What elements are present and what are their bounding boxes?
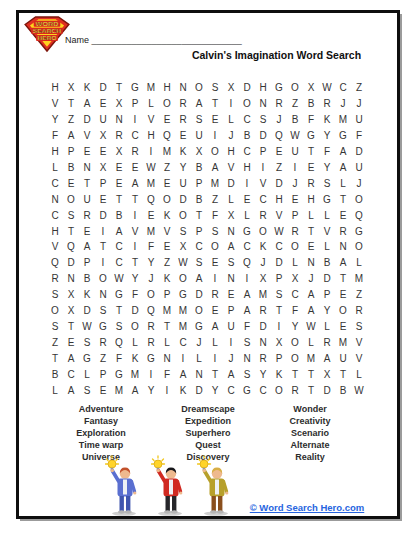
grid-cell: F <box>239 318 255 334</box>
grid-cell: R <box>47 271 63 287</box>
grid-cell: J <box>351 175 367 191</box>
grid-cell: X <box>63 287 79 303</box>
grid-cell: T <box>335 191 351 207</box>
grid-cell: M <box>335 334 351 350</box>
grid-cell: A <box>79 239 95 255</box>
grid-cell: S <box>239 334 255 350</box>
grid-cell: O <box>191 303 207 319</box>
grid-cell: E <box>79 144 95 160</box>
grid-cell: M <box>175 303 191 319</box>
grid-cell: I <box>255 159 271 175</box>
grid-cell: C <box>255 191 271 207</box>
logo-text-search: SEARCH <box>33 27 62 34</box>
grid-cell: S <box>239 366 255 382</box>
grid-cell: I <box>95 223 111 239</box>
grid-cell: B <box>191 159 207 175</box>
grid-cell: O <box>127 318 143 334</box>
grid-cell: P <box>287 207 303 223</box>
grid-cell: Z <box>351 287 367 303</box>
grid-cell: E <box>79 223 95 239</box>
grid-cell: Q <box>351 207 367 223</box>
grid-cell: L <box>335 175 351 191</box>
grid-cell: N <box>47 191 63 207</box>
grid-cell: O <box>335 303 351 319</box>
grid-cell: F <box>303 112 319 128</box>
grid-cell: G <box>335 128 351 144</box>
grid-cell: P <box>223 303 239 319</box>
grid-cell: L <box>47 382 63 398</box>
word-item: Expedition <box>152 415 264 427</box>
grid-cell: G <box>351 223 367 239</box>
grid-cell: Q <box>47 255 63 271</box>
grid-cell: Z <box>159 255 175 271</box>
grid-cell: S <box>111 318 127 334</box>
grid-cell: Q <box>271 128 287 144</box>
grid-cell: S <box>79 334 95 350</box>
grid-cell: F <box>111 350 127 366</box>
shirt <box>123 480 127 495</box>
word-item: Time warp <box>45 439 157 451</box>
grid-cell: Q <box>143 303 159 319</box>
grid-cell: T <box>111 303 127 319</box>
grid-cell: E <box>95 382 111 398</box>
grid-cell: G <box>271 80 287 96</box>
grid-cell: F <box>159 366 175 382</box>
word-item: Adventure <box>45 403 157 415</box>
grid-cell: K <box>175 144 191 160</box>
grid-cell: D <box>223 175 239 191</box>
grid-cell: I <box>287 159 303 175</box>
grid-cell: V <box>351 334 367 350</box>
grid-cell: S <box>271 287 287 303</box>
grid-cell: V <box>47 96 63 112</box>
grid-cell: D <box>175 191 191 207</box>
grid-cell: J <box>223 128 239 144</box>
grid-cell: N <box>111 112 127 128</box>
grid-cell: L <box>223 112 239 128</box>
grid-cell: S <box>191 255 207 271</box>
grid-cell: P <box>63 144 79 160</box>
grid-cell: V <box>127 223 143 239</box>
grid-cell: A <box>207 159 223 175</box>
grid-cell: Y <box>127 271 143 287</box>
grid-cell: D <box>271 175 287 191</box>
grid-cell: O <box>351 239 367 255</box>
grid-cell: E <box>159 239 175 255</box>
grid-cell: D <box>191 287 207 303</box>
grid-cell: G <box>79 350 95 366</box>
grid-cell: Y <box>175 159 191 175</box>
grid-cell: T <box>47 350 63 366</box>
grid-cell: L <box>351 255 367 271</box>
shoe <box>210 510 217 513</box>
grid-cell: T <box>303 144 319 160</box>
grid-cell: X <box>63 303 79 319</box>
shoe <box>171 510 178 513</box>
shirt <box>169 480 173 495</box>
word-list-column-3: WonderCreativityScenarioAlternateReality <box>254 403 366 463</box>
grid-cell: A <box>191 96 207 112</box>
grid-cell: C <box>287 287 303 303</box>
grid-cell: E <box>63 175 79 191</box>
grid-cell: A <box>175 366 191 382</box>
grid-cell: S <box>223 255 239 271</box>
grid-cell: D <box>63 255 79 271</box>
grid-cell: D <box>79 112 95 128</box>
grid-cell: G <box>127 80 143 96</box>
grid-cell: E <box>335 207 351 223</box>
grid-cell: V <box>255 175 271 191</box>
grid-cell: R <box>79 207 95 223</box>
grid-cell: X <box>319 366 335 382</box>
grid-cell: U <box>351 112 367 128</box>
word-item: Alternate <box>254 439 366 451</box>
grid-cell: V <box>351 350 367 366</box>
word-item: Scenario <box>254 427 366 439</box>
grid-cell: A <box>319 350 335 366</box>
grid-cell: M <box>175 318 191 334</box>
grid-cell: P <box>319 287 335 303</box>
grid-cell: S <box>207 80 223 96</box>
grid-cell: F <box>143 239 159 255</box>
grid-cell: H <box>143 128 159 144</box>
grid-cell: O <box>287 334 303 350</box>
grid-cell: P <box>191 223 207 239</box>
grid-cell: X <box>95 128 111 144</box>
grid-cell: D <box>127 303 143 319</box>
grid-cell: F <box>47 128 63 144</box>
pants <box>126 496 130 511</box>
grid-cell: J <box>143 271 159 287</box>
grid-cell: B <box>287 112 303 128</box>
logo-text-hero: HERO <box>38 34 57 41</box>
grid-cell: I <box>127 239 143 255</box>
grid-cell: T <box>303 223 319 239</box>
grid-cell: R <box>111 128 127 144</box>
grid-cell: O <box>287 239 303 255</box>
grid-cell: M <box>127 366 143 382</box>
grid-cell: P <box>127 96 143 112</box>
grid-cell: A <box>207 318 223 334</box>
name-row: Name ______________________________ <box>65 35 242 45</box>
grid-cell: G <box>191 318 207 334</box>
word-item: Reality <box>254 451 366 463</box>
grid-cell: Y <box>319 128 335 144</box>
grid-cell: U <box>335 350 351 366</box>
grid-cell: X <box>191 144 207 160</box>
grid-cell: L <box>159 334 175 350</box>
grid-cell: E <box>143 207 159 223</box>
grid-cell: M <box>143 175 159 191</box>
grid-cell: D <box>191 382 207 398</box>
grid-cell: H <box>223 144 239 160</box>
grid-cell: P <box>95 366 111 382</box>
grid-cell: W <box>111 271 127 287</box>
grid-cell: N <box>239 350 255 366</box>
logo-text-word: WORD <box>36 20 59 27</box>
grid-cell: Z <box>47 334 63 350</box>
grid-cell: G <box>143 350 159 366</box>
grid-cell: A <box>335 159 351 175</box>
grid-cell: R <box>127 144 143 160</box>
lightbulb-icon <box>198 456 211 470</box>
grid-cell: B <box>335 382 351 398</box>
grid-cell: T <box>127 255 143 271</box>
grid-cell: E <box>95 144 111 160</box>
grid-cell: G <box>303 128 319 144</box>
grid-cell: M <box>207 175 223 191</box>
grid-cell: T <box>303 382 319 398</box>
grid-cell: V <box>159 223 175 239</box>
grid-cell: Q <box>63 239 79 255</box>
grid-cell: D <box>319 271 335 287</box>
grid-cell: R <box>319 334 335 350</box>
grid-cell: O <box>255 223 271 239</box>
grid-cell: E <box>303 239 319 255</box>
grid-cell: N <box>223 223 239 239</box>
grid-cell: S <box>351 318 367 334</box>
grid-cell: X <box>303 80 319 96</box>
word-search-hero-link[interactable]: © Word Search Hero.com <box>227 502 387 513</box>
grid-cell: Z <box>351 80 367 96</box>
grid-cell: O <box>95 271 111 287</box>
grid-cell: T <box>159 318 175 334</box>
grid-cell: Z <box>159 159 175 175</box>
grid-cell: I <box>207 350 223 366</box>
grid-cell: F <box>207 207 223 223</box>
grid-cell: A <box>335 255 351 271</box>
grid-cell: N <box>159 350 175 366</box>
grid-cell: I <box>239 175 255 191</box>
grid-cell: Y <box>47 112 63 128</box>
grid-cell: U <box>175 175 191 191</box>
grid-cell: U <box>79 191 95 207</box>
grid-cell: R <box>287 223 303 239</box>
grid-cell: I <box>223 96 239 112</box>
grid-cell: O <box>191 80 207 96</box>
grid-cell: D <box>239 80 255 96</box>
lightbulb-icon <box>106 456 119 470</box>
grid-cell: D <box>319 382 335 398</box>
grid-cell: F <box>127 287 143 303</box>
grid-cell: N <box>303 255 319 271</box>
grid-cell: R <box>255 303 271 319</box>
grid-cell: R <box>319 96 335 112</box>
grid-cell: A <box>63 128 79 144</box>
grid-cell: R <box>351 303 367 319</box>
grid-cell: E <box>207 255 223 271</box>
grid-cell: B <box>319 255 335 271</box>
grid-cell: E <box>207 303 223 319</box>
grid-cell: C <box>255 382 271 398</box>
grid-cell: W <box>271 223 287 239</box>
grid-cell: Z <box>207 191 223 207</box>
grid-cell: N <box>175 80 191 96</box>
grid-cell: L <box>143 96 159 112</box>
grid-cell: A <box>127 382 143 398</box>
grid-cell: C <box>335 80 351 96</box>
grid-cell: T <box>207 366 223 382</box>
grid-cell: B <box>239 128 255 144</box>
grid-cell: X <box>271 334 287 350</box>
grid-cell: Y <box>143 255 159 271</box>
grid-cell: A <box>191 271 207 287</box>
grid-cell: P <box>255 144 271 160</box>
grid-cell: M <box>335 112 351 128</box>
character-boy-red <box>151 455 189 516</box>
grid-cell: R <box>287 382 303 398</box>
grid-cell: M <box>143 223 159 239</box>
grid-cell: L <box>47 159 63 175</box>
lightbulb-icon <box>152 456 165 470</box>
grid-cell: L <box>223 191 239 207</box>
pants <box>166 496 170 511</box>
grid-cell: B <box>191 191 207 207</box>
grid-cell: T <box>335 271 351 287</box>
grid-cell: A <box>239 287 255 303</box>
characters-row <box>105 454 235 516</box>
word-item: Dreamscape <box>152 403 264 415</box>
grid-cell: P <box>79 255 95 271</box>
grid-cell: X <box>63 80 79 96</box>
grid-cell: Z <box>63 112 79 128</box>
grid-cell: B <box>303 96 319 112</box>
grid-cell: E <box>335 318 351 334</box>
character-boy-blue <box>105 455 143 516</box>
grid-cell: S <box>47 287 63 303</box>
grid-cell: A <box>223 239 239 255</box>
grid-cell: A <box>127 175 143 191</box>
grid-cell: R <box>175 112 191 128</box>
grid-cell: N <box>255 96 271 112</box>
grid-cell: O <box>63 191 79 207</box>
grid-cell: R <box>255 350 271 366</box>
name-label: Name <box>65 35 89 45</box>
name-blank-line: ______________________________ <box>92 35 242 45</box>
grid-cell: N <box>79 159 95 175</box>
grid-cell: T <box>287 366 303 382</box>
grid-cell: H <box>239 159 255 175</box>
grid-cell: T <box>303 366 319 382</box>
grid-cell: T <box>63 223 79 239</box>
grid-cell: C <box>47 175 63 191</box>
grid-cell: R <box>95 334 111 350</box>
word-search-hero-logo: WORD SEARCH HERO <box>23 15 71 53</box>
grid-cell: O <box>175 271 191 287</box>
shoe <box>164 510 171 513</box>
grid-cell: E <box>223 287 239 303</box>
grid-cell: M <box>303 350 319 366</box>
grid-cell: J <box>335 96 351 112</box>
grid-cell: S <box>175 223 191 239</box>
grid-cell: E <box>95 96 111 112</box>
grid-cell: E <box>159 112 175 128</box>
grid-cell: N <box>255 334 271 350</box>
grid-cell: X <box>95 159 111 175</box>
grid-cell: C <box>175 334 191 350</box>
grid-cell: L <box>303 207 319 223</box>
pants <box>218 496 222 511</box>
grid-cell: H <box>159 80 175 96</box>
grid-cell: O <box>143 287 159 303</box>
grid-cell: L <box>319 207 335 223</box>
grid-cell: A <box>63 382 79 398</box>
grid-cell: E <box>271 144 287 160</box>
grid-cell: G <box>95 318 111 334</box>
grid-cell: K <box>79 80 95 96</box>
grid-cell: S <box>319 175 335 191</box>
grid-cell: I <box>271 318 287 334</box>
grid-cell: T <box>111 80 127 96</box>
grid-cell: K <box>255 239 271 255</box>
grid-cell: O <box>175 207 191 223</box>
pants <box>120 496 124 511</box>
grid-cell: K <box>127 350 143 366</box>
grid-cell: Y <box>207 382 223 398</box>
grid-cell: T <box>207 96 223 112</box>
grid-cell: N <box>63 271 79 287</box>
grid-cell: I <box>95 255 111 271</box>
grid-cell: T <box>127 191 143 207</box>
grid-cell: T <box>63 96 79 112</box>
grid-cell: J <box>191 334 207 350</box>
grid-cell: F <box>319 144 335 160</box>
grid-cell: P <box>271 271 287 287</box>
grid-cell: K <box>271 366 287 382</box>
grid-cell: T <box>63 318 79 334</box>
grid-cell: V <box>79 128 95 144</box>
word-item: Superhero <box>152 427 264 439</box>
grid-cell: O <box>207 239 223 255</box>
grid-cell: D <box>95 80 111 96</box>
shoe <box>217 510 224 513</box>
grid-cell: P <box>191 175 207 191</box>
grid-cell: U <box>223 318 239 334</box>
grid-cell: B <box>111 207 127 223</box>
grid-cell: H <box>271 191 287 207</box>
grid-cell: A <box>111 223 127 239</box>
grid-cell: X <box>175 239 191 255</box>
grid-cell: X <box>111 144 127 160</box>
grid-cell: E <box>159 175 175 191</box>
grid-cell: A <box>303 303 319 319</box>
grid-cell: I <box>127 112 143 128</box>
grid-cell: S <box>255 112 271 128</box>
grid-cell: I <box>207 128 223 144</box>
grid-cell: D <box>271 255 287 271</box>
grid-cell: F <box>351 128 367 144</box>
grid-cell: C <box>47 207 63 223</box>
grid-cell: E <box>111 175 127 191</box>
grid-cell: P <box>95 175 111 191</box>
grid-cell: J <box>351 96 367 112</box>
grid-cell: W <box>287 128 303 144</box>
grid-cell: N <box>335 239 351 255</box>
grid-cell: I <box>207 271 223 287</box>
grid-cell: J <box>303 271 319 287</box>
grid-cell: C <box>111 239 127 255</box>
grid-cell: C <box>271 239 287 255</box>
grid-cell: D <box>255 318 271 334</box>
grid-cell: A <box>223 366 239 382</box>
grid-cell: P <box>159 287 175 303</box>
grid-cell: L <box>287 255 303 271</box>
grid-cell: U <box>351 159 367 175</box>
grid-cell: D <box>79 303 95 319</box>
grid-cell: L <box>239 207 255 223</box>
grid-cell: E <box>63 334 79 350</box>
word-item: Quest <box>152 439 264 451</box>
